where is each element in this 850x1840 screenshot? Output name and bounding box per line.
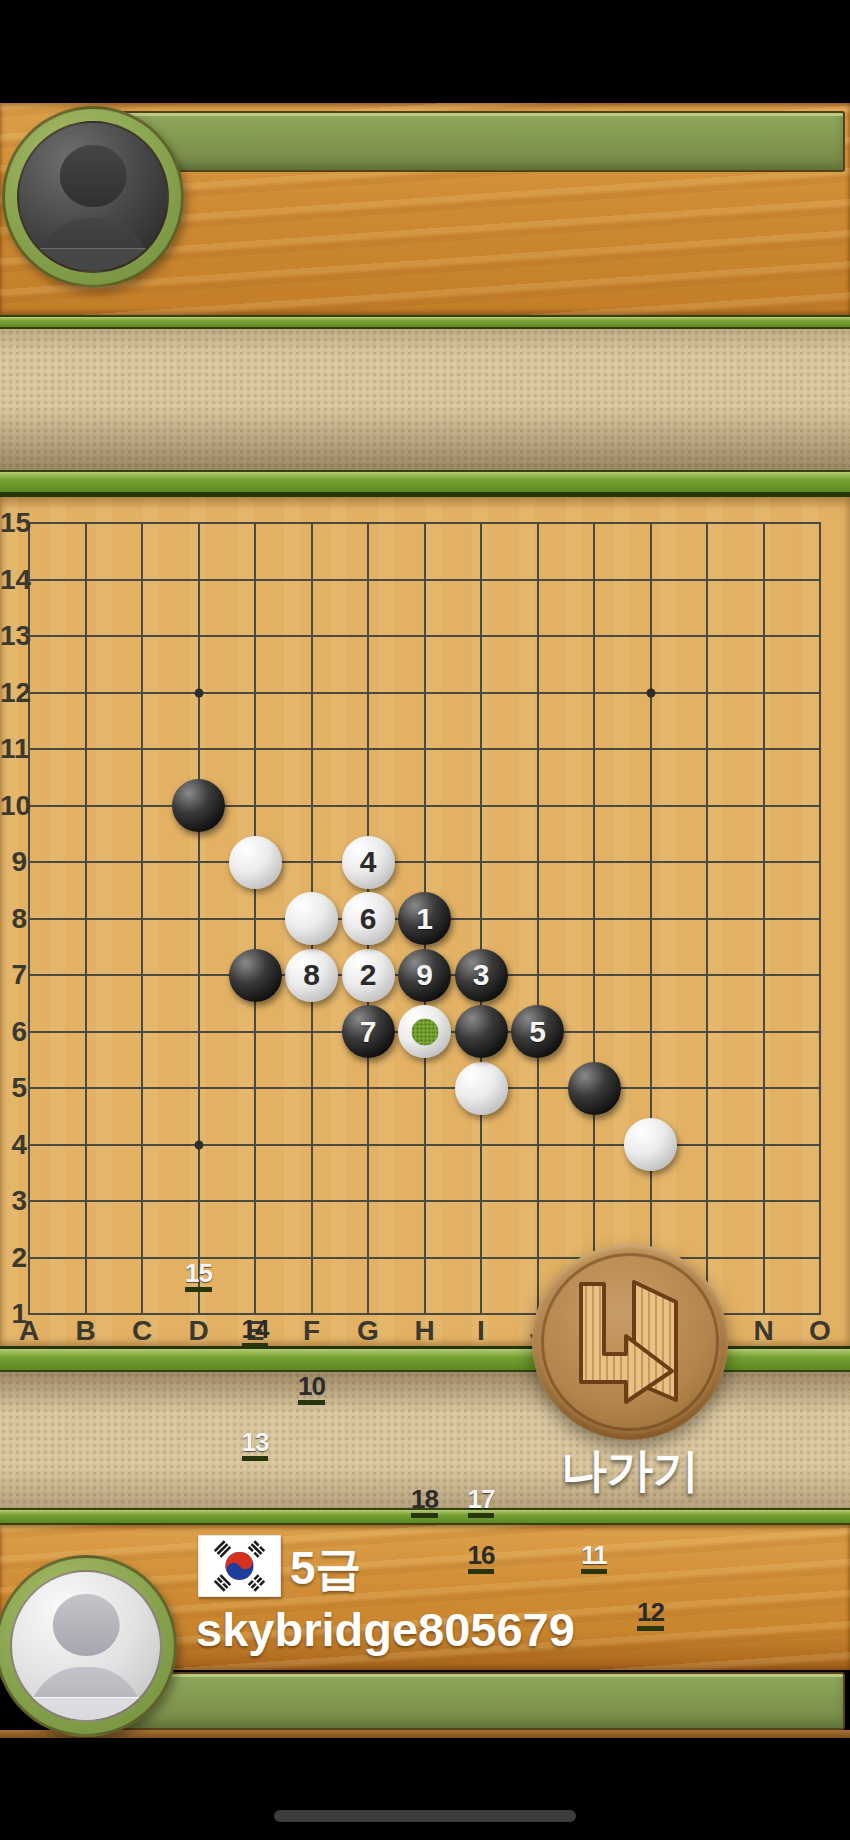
stone-15-black: 15 — [172, 779, 225, 832]
home-indicator[interactable] — [274, 1810, 576, 1822]
move-number: 3 — [473, 960, 490, 990]
stone-7-black: 7 — [342, 1005, 395, 1058]
stone-17-black: 17 — [455, 1005, 508, 1058]
opponent-avatar — [2, 106, 184, 288]
move-number: 2 — [360, 960, 377, 990]
stone-18-white: 18 — [398, 1005, 451, 1058]
game-screen: 151413121110987654321 ABCDEFGHIJKLMNO 12… — [0, 0, 850, 1840]
move-number: 12 — [637, 1599, 664, 1631]
panel-edge — [0, 1730, 850, 1738]
move-number: 7 — [360, 1017, 377, 1047]
move-number: 10 — [298, 1373, 325, 1405]
move-number: 8 — [303, 960, 320, 990]
move-number: 6 — [360, 904, 377, 934]
stone-6-white: 6 — [342, 892, 395, 945]
exit-button[interactable] — [532, 1244, 728, 1440]
stone-9-black: 9 — [398, 949, 451, 1002]
move-number: 1 — [416, 904, 433, 934]
exit-door-arrow-icon — [578, 1276, 682, 1408]
move-number: 5 — [529, 1017, 546, 1047]
opponent-name-plate — [88, 111, 845, 172]
move-number: 18 — [411, 1486, 438, 1518]
cushion-strip-top — [0, 329, 850, 470]
move-number: 11 — [581, 1542, 607, 1574]
bottom-bar — [0, 1738, 850, 1840]
stone-12-white: 12 — [624, 1118, 677, 1171]
move-number: 15 — [185, 1260, 212, 1292]
last-move-marker — [411, 1018, 438, 1045]
person-silhouette-icon — [60, 145, 127, 207]
player-avatar-photo — [10, 1570, 162, 1722]
move-number: 13 — [242, 1429, 269, 1461]
stone-3-black: 3 — [455, 949, 508, 1002]
divider — [0, 315, 850, 329]
stone-14-white: 14 — [229, 836, 282, 889]
player-avatar — [0, 1555, 177, 1737]
board-grid[interactable]: 123456789101112131415161718 — [1, 495, 849, 1343]
move-number: 14 — [242, 1316, 269, 1348]
exit-button-label[interactable]: 나가기 — [505, 1440, 755, 1502]
south-korea-flag-icon — [198, 1535, 281, 1597]
stone-13-black: 13 — [229, 949, 282, 1002]
move-number: 4 — [360, 847, 377, 877]
stone-5-black: 5 — [511, 1005, 564, 1058]
stone-11-black: 11 — [568, 1062, 621, 1115]
stone-16-white: 16 — [455, 1062, 508, 1115]
stone-2-white: 2 — [342, 949, 395, 1002]
opponent-avatar-photo — [17, 121, 169, 273]
move-number: 16 — [468, 1542, 495, 1574]
stone-4-white: 4 — [342, 836, 395, 889]
move-number: 9 — [416, 960, 433, 990]
stone-1-black: 1 — [398, 892, 451, 945]
player-name-plate — [88, 1672, 845, 1730]
move-number: 17 — [468, 1486, 495, 1518]
divider — [0, 470, 850, 497]
stone-8-white: 8 — [285, 949, 338, 1002]
stone-10-white: 10 — [285, 892, 338, 945]
player-name: skybridge805679 — [196, 1602, 575, 1657]
person-silhouette-icon — [53, 1594, 120, 1656]
status-bar — [0, 0, 850, 103]
player-rank: 5급 — [290, 1538, 362, 1600]
